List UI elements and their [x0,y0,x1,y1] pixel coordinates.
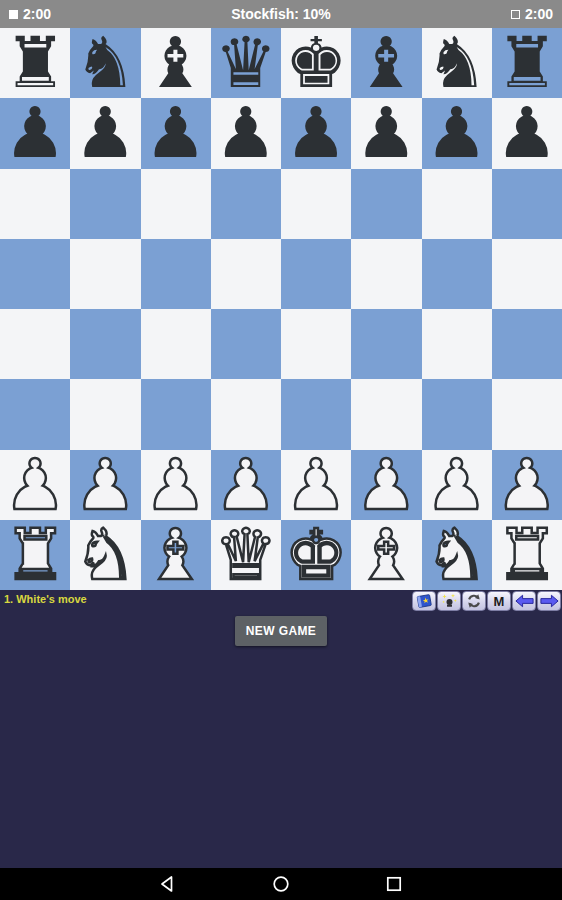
square-b1[interactable]: ♞ [70,520,140,590]
piece-white-pawn: ♟ [144,450,207,520]
piece-white-rook: ♜ [495,520,558,590]
square-g1[interactable]: ♞ [422,520,492,590]
square-a5[interactable] [0,239,70,309]
square-f6[interactable] [351,169,421,239]
chess-board: ♜♞♝♛♚♝♞♜♟♟♟♟♟♟♟♟♟♟♟♟♟♟♟♟♜♞♝♛♚♝♞♜ [0,28,562,590]
back-triangle-icon [159,875,177,893]
piece-black-knight: ♞ [425,28,488,98]
piece-with-sparkles-icon [440,593,459,609]
square-f3[interactable] [351,379,421,449]
info-row: 1. White's move [0,590,562,611]
piece-black-king: ♚ [285,28,348,98]
piece-black-rook: ♜ [4,28,67,98]
piece-white-rook: ♜ [4,520,67,590]
square-d2[interactable]: ♟ [211,450,281,520]
square-h2[interactable]: ♟ [492,450,562,520]
square-e2[interactable]: ♟ [281,450,351,520]
open-game-button[interactable] [412,591,436,611]
square-f2[interactable]: ♟ [351,450,421,520]
square-d1[interactable]: ♛ [211,520,281,590]
game-panel: 1. White's move [0,590,562,868]
square-h8[interactable]: ♜ [492,28,562,98]
square-h7[interactable]: ♟ [492,98,562,168]
circular-arrows-icon [466,593,482,609]
square-c2[interactable]: ♟ [141,450,211,520]
square-g4[interactable] [422,309,492,379]
engine-hint-button[interactable] [437,591,461,611]
piece-black-bishop: ♝ [355,28,418,98]
square-f1[interactable]: ♝ [351,520,421,590]
piece-white-knight: ♞ [74,520,137,590]
square-e5[interactable] [281,239,351,309]
piece-white-bishop: ♝ [355,520,418,590]
piece-white-pawn: ♟ [74,450,137,520]
nav-back-button[interactable] [159,875,177,893]
square-h4[interactable] [492,309,562,379]
nav-recents-button[interactable] [385,875,403,893]
square-a3[interactable] [0,379,70,449]
piece-white-queen: ♛ [214,520,277,590]
square-e8[interactable]: ♚ [281,28,351,98]
square-d5[interactable] [211,239,281,309]
piece-white-pawn: ♟ [214,450,277,520]
move-list-m-icon: M [494,595,505,608]
square-b3[interactable] [70,379,140,449]
home-circle-icon [272,875,290,893]
square-d4[interactable] [211,309,281,379]
square-c4[interactable] [141,309,211,379]
square-e4[interactable] [281,309,351,379]
square-c1[interactable]: ♝ [141,520,211,590]
toolbar: M [412,590,562,611]
square-d6[interactable] [211,169,281,239]
book-with-star-icon [415,593,434,609]
piece-black-pawn: ♟ [144,98,207,168]
square-a6[interactable] [0,169,70,239]
square-h5[interactable] [492,239,562,309]
piece-white-pawn: ♟ [285,450,348,520]
square-f7[interactable]: ♟ [351,98,421,168]
square-a2[interactable]: ♟ [0,450,70,520]
square-f8[interactable]: ♝ [351,28,421,98]
engine-status: Stockfish: 10% [0,6,562,22]
new-game-button[interactable]: NEW GAME [235,616,328,646]
square-g2[interactable]: ♟ [422,450,492,520]
black-clock: 2:00 [9,6,51,22]
square-g6[interactable] [422,169,492,239]
right-arrow-icon [539,594,560,608]
square-d3[interactable] [211,379,281,449]
undo-move-button[interactable] [512,591,536,611]
black-clock-time: 2:00 [23,6,51,22]
square-h1[interactable]: ♜ [492,520,562,590]
square-c5[interactable] [141,239,211,309]
square-h3[interactable] [492,379,562,449]
square-f4[interactable] [351,309,421,379]
chess-app-screen: 2:00 Stockfish: 10% 2:00 ♜♞♝♛♚♝♞♜♟♟♟♟♟♟♟… [0,0,562,900]
piece-black-rook: ♜ [495,28,558,98]
white-clock-icon [511,10,520,19]
piece-white-pawn: ♟ [425,450,488,520]
white-clock: 2:00 [511,6,553,22]
square-e3[interactable] [281,379,351,449]
move-list-button[interactable]: M [487,591,511,611]
android-nav-bar [0,868,562,900]
square-a4[interactable] [0,309,70,379]
piece-black-pawn: ♟ [425,98,488,168]
piece-white-pawn: ♟ [355,450,418,520]
piece-black-knight: ♞ [74,28,137,98]
square-c8[interactable]: ♝ [141,28,211,98]
move-status: 1. White's move [0,590,87,605]
left-arrow-icon [514,594,535,608]
square-e7[interactable]: ♟ [281,98,351,168]
piece-white-pawn: ♟ [4,450,67,520]
new-game-row: NEW GAME [0,616,562,646]
rotate-board-button[interactable] [462,591,486,611]
white-clock-time: 2:00 [525,6,553,22]
black-clock-icon [9,10,18,19]
square-g7[interactable]: ♟ [422,98,492,168]
square-b2[interactable]: ♟ [70,450,140,520]
redo-move-button[interactable] [537,591,561,611]
square-f5[interactable] [351,239,421,309]
square-g5[interactable] [422,239,492,309]
square-h6[interactable] [492,169,562,239]
square-b8[interactable]: ♞ [70,28,140,98]
square-b4[interactable] [70,309,140,379]
piece-black-queen: ♛ [214,28,277,98]
square-e1[interactable]: ♚ [281,520,351,590]
square-a8[interactable]: ♜ [0,28,70,98]
piece-black-pawn: ♟ [4,98,67,168]
piece-black-pawn: ♟ [355,98,418,168]
nav-home-button[interactable] [272,875,290,893]
piece-black-pawn: ♟ [74,98,137,168]
piece-black-pawn: ♟ [495,98,558,168]
status-bar: 2:00 Stockfish: 10% 2:00 [0,0,562,28]
square-c6[interactable] [141,169,211,239]
piece-white-king: ♚ [285,520,348,590]
square-a1[interactable]: ♜ [0,520,70,590]
square-d7[interactable]: ♟ [211,98,281,168]
piece-black-pawn: ♟ [285,98,348,168]
square-g3[interactable] [422,379,492,449]
piece-black-pawn: ♟ [214,98,277,168]
square-g8[interactable]: ♞ [422,28,492,98]
square-b6[interactable] [70,169,140,239]
square-c7[interactable]: ♟ [141,98,211,168]
square-b5[interactable] [70,239,140,309]
piece-white-bishop: ♝ [144,520,207,590]
square-e6[interactable] [281,169,351,239]
piece-white-knight: ♞ [425,520,488,590]
piece-black-bishop: ♝ [144,28,207,98]
recents-square-icon [385,875,403,893]
piece-white-pawn: ♟ [495,450,558,520]
square-d8[interactable]: ♛ [211,28,281,98]
square-c3[interactable] [141,379,211,449]
square-a7[interactable]: ♟ [0,98,70,168]
square-b7[interactable]: ♟ [70,98,140,168]
